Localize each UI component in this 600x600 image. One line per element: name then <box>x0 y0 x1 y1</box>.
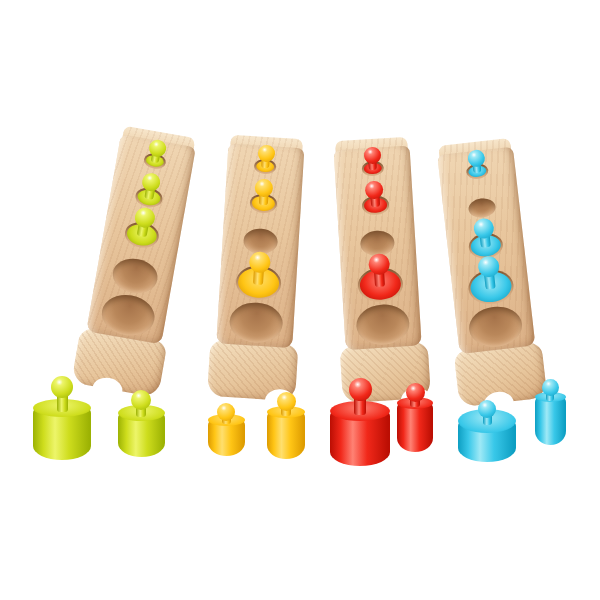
knob-red[interactable] <box>406 383 425 402</box>
socket-3-empty <box>360 229 395 256</box>
block-front-face <box>216 144 304 348</box>
cylinder-body <box>267 412 305 459</box>
knob-green[interactable] <box>51 376 73 398</box>
knob-red[interactable] <box>363 146 381 164</box>
socket-4-empty <box>110 255 160 296</box>
block-front-face <box>86 134 196 344</box>
block-front-face <box>334 146 422 350</box>
knob-blue[interactable] <box>478 400 496 418</box>
knob-red[interactable] <box>349 378 372 401</box>
cylinder-block-green <box>71 124 203 397</box>
knob-yellow[interactable] <box>257 144 275 162</box>
knob-green[interactable] <box>131 390 151 410</box>
socket-5-empty <box>355 303 410 346</box>
product-photo-cylinder-blocks <box>0 0 600 600</box>
knob-yellow[interactable] <box>217 403 235 421</box>
knob-red[interactable] <box>368 253 390 275</box>
socket-5-empty <box>466 304 523 350</box>
socket-5-empty <box>98 291 157 340</box>
cylinder-block-red <box>327 136 431 403</box>
socket-2-empty <box>467 197 496 219</box>
knob-yellow[interactable] <box>277 392 296 411</box>
knob-blue[interactable] <box>542 379 559 396</box>
foot-notch <box>91 375 125 404</box>
block-front-face <box>437 147 535 354</box>
cylinder-block-blue <box>430 137 547 407</box>
cylinder-block-yellow <box>207 134 311 401</box>
cylinder-body <box>397 403 433 452</box>
socket-5-empty <box>228 301 283 344</box>
socket-3-empty <box>243 227 278 254</box>
cylinder-body <box>535 397 566 445</box>
knob-yellow[interactable] <box>248 251 270 273</box>
